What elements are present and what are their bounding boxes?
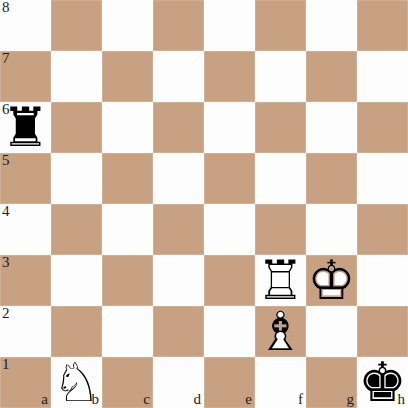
square-g2[interactable] xyxy=(306,306,357,357)
square-e3[interactable] xyxy=(204,255,255,306)
square-d3[interactable] xyxy=(153,255,204,306)
square-h7[interactable] xyxy=(357,51,408,102)
square-a7[interactable]: 7 xyxy=(0,51,51,102)
square-e5[interactable] xyxy=(204,153,255,204)
square-h5[interactable] xyxy=(357,153,408,204)
square-e4[interactable] xyxy=(204,204,255,255)
square-d2[interactable] xyxy=(153,306,204,357)
square-f6[interactable] xyxy=(255,102,306,153)
square-b4[interactable] xyxy=(51,204,102,255)
square-g5[interactable] xyxy=(306,153,357,204)
square-h4[interactable] xyxy=(357,204,408,255)
rank-label-7: 7 xyxy=(2,51,10,66)
square-c4[interactable] xyxy=(102,204,153,255)
rank-label-2: 2 xyxy=(2,306,10,321)
file-label-e: e xyxy=(245,392,252,407)
square-h2[interactable] xyxy=(357,306,408,357)
square-g1[interactable]: g xyxy=(306,357,357,408)
square-b1[interactable]: b♞♘ xyxy=(51,357,102,408)
square-f4[interactable] xyxy=(255,204,306,255)
square-d6[interactable] xyxy=(153,102,204,153)
square-c1[interactable]: c xyxy=(102,357,153,408)
square-d7[interactable] xyxy=(153,51,204,102)
square-h3[interactable] xyxy=(357,255,408,306)
rank-label-1: 1 xyxy=(2,357,10,372)
square-c5[interactable] xyxy=(102,153,153,204)
file-label-g: g xyxy=(347,392,355,407)
square-d5[interactable] xyxy=(153,153,204,204)
file-label-f: f xyxy=(298,392,303,407)
rank-label-5: 5 xyxy=(2,153,10,168)
square-a8[interactable]: 8 xyxy=(0,0,51,51)
square-c7[interactable] xyxy=(102,51,153,102)
square-a4[interactable]: 4 xyxy=(0,204,51,255)
square-g8[interactable] xyxy=(306,0,357,51)
square-a3[interactable]: 3 xyxy=(0,255,51,306)
square-f7[interactable] xyxy=(255,51,306,102)
square-b7[interactable] xyxy=(51,51,102,102)
square-a5[interactable]: 5 xyxy=(0,153,51,204)
rank-label-4: 4 xyxy=(2,204,10,219)
file-label-b: b xyxy=(92,392,100,407)
square-b6[interactable] xyxy=(51,102,102,153)
square-e6[interactable] xyxy=(204,102,255,153)
square-b2[interactable] xyxy=(51,306,102,357)
square-h8[interactable] xyxy=(357,0,408,51)
square-e7[interactable] xyxy=(204,51,255,102)
square-a1[interactable]: 1a xyxy=(0,357,51,408)
square-c6[interactable] xyxy=(102,102,153,153)
square-f8[interactable] xyxy=(255,0,306,51)
square-b5[interactable] xyxy=(51,153,102,204)
square-f5[interactable] xyxy=(255,153,306,204)
piece-white-rook-icon[interactable]: ♜♖ xyxy=(255,255,306,306)
square-a6[interactable]: 6♜ xyxy=(0,102,51,153)
square-g7[interactable] xyxy=(306,51,357,102)
square-e8[interactable] xyxy=(204,0,255,51)
square-f3[interactable]: ♜♖ xyxy=(255,255,306,306)
file-label-h: h xyxy=(398,392,406,407)
square-c2[interactable] xyxy=(102,306,153,357)
rank-label-3: 3 xyxy=(2,255,10,270)
square-d1[interactable]: d xyxy=(153,357,204,408)
square-h6[interactable] xyxy=(357,102,408,153)
square-b3[interactable] xyxy=(51,255,102,306)
square-e1[interactable]: e xyxy=(204,357,255,408)
square-a2[interactable]: 2 xyxy=(0,306,51,357)
square-g6[interactable] xyxy=(306,102,357,153)
square-e2[interactable] xyxy=(204,306,255,357)
square-h1[interactable]: h♚ xyxy=(357,357,408,408)
file-label-a: a xyxy=(41,392,48,407)
square-b8[interactable] xyxy=(51,0,102,51)
rank-label-6: 6 xyxy=(2,102,10,117)
square-d4[interactable] xyxy=(153,204,204,255)
piece-white-king-icon[interactable]: ♚♔ xyxy=(306,255,357,306)
square-c3[interactable] xyxy=(102,255,153,306)
square-g4[interactable] xyxy=(306,204,357,255)
piece-white-bishop-icon[interactable]: ♝♗ xyxy=(255,306,306,357)
square-g3[interactable]: ♚♔ xyxy=(306,255,357,306)
file-label-c: c xyxy=(143,392,150,407)
square-c8[interactable] xyxy=(102,0,153,51)
file-label-d: d xyxy=(194,392,202,407)
chess-board: 876♜543♜♖♚♔2♝♗1ab♞♘cdefgh♚ xyxy=(0,0,408,408)
square-f1[interactable]: f xyxy=(255,357,306,408)
rank-label-8: 8 xyxy=(2,0,10,15)
square-f2[interactable]: ♝♗ xyxy=(255,306,306,357)
square-d8[interactable] xyxy=(153,0,204,51)
